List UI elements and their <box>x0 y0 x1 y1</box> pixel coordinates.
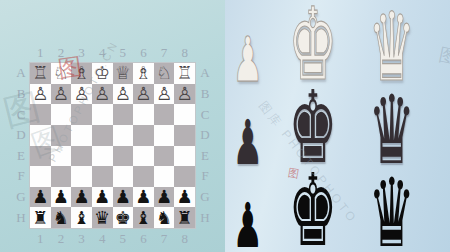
board-square-E2 <box>51 146 72 167</box>
board-square-F1 <box>30 166 51 187</box>
chess-clipart-illustration: 12345678 12345678 ABCDEFGH ABCDEFGH ♖♘♗♔… <box>0 0 450 252</box>
board-square-F6 <box>133 166 154 187</box>
board-square-D8 <box>174 125 195 146</box>
white-set-bishop: ♝ <box>442 23 450 84</box>
rank-labels-left: ABCDEFGH <box>13 63 29 228</box>
board-square-F5 <box>113 166 134 187</box>
white-p-piece: ♙ <box>32 85 48 103</box>
black-p-piece: ♟ <box>32 188 48 206</box>
board-square-F7 <box>154 166 175 187</box>
board-square-C8 <box>174 104 195 125</box>
white-piece-set-row: ♟♚♛♝♜♞ <box>226 6 450 84</box>
rank-label-E: E <box>197 146 213 167</box>
file-label-6: 6 <box>133 44 154 62</box>
rank-label-H: H <box>197 207 213 228</box>
white-r-piece: ♖ <box>177 64 193 82</box>
charcoal-piece-set-row: ♟♚♛♝♜♞ <box>226 89 450 167</box>
board-square-C1 <box>30 104 51 125</box>
board-square-A2: ♘ <box>51 63 72 84</box>
rank-label-A: A <box>197 63 213 84</box>
board-square-B4: ♙ <box>92 84 113 105</box>
board-square-A7: ♘ <box>154 63 175 84</box>
file-label-5: 5 <box>113 44 134 62</box>
board-square-D1 <box>30 125 51 146</box>
board-square-E6 <box>133 146 154 167</box>
board-square-A3: ♗ <box>71 63 92 84</box>
board-square-G1: ♟ <box>30 187 51 208</box>
board-square-B1: ♙ <box>30 84 51 105</box>
file-label-2: 2 <box>51 44 72 62</box>
rank-label-B: B <box>13 84 29 105</box>
board-square-D6 <box>133 125 154 146</box>
board-square-D7 <box>154 125 175 146</box>
board-square-D5 <box>113 125 134 146</box>
board-square-D2 <box>51 125 72 146</box>
board-square-C6 <box>133 104 154 125</box>
silhouette-set-queen: ♛ <box>368 176 415 250</box>
board-square-F2 <box>51 166 72 187</box>
rank-label-C: C <box>13 104 29 125</box>
board-square-F4 <box>92 166 113 187</box>
white-r-piece: ♖ <box>32 64 48 82</box>
board-square-A5: ♕ <box>113 63 134 84</box>
board-square-G5: ♟ <box>113 187 134 208</box>
black-p-piece: ♟ <box>53 188 69 206</box>
board-square-H1: ♜ <box>30 207 51 228</box>
file-label-3: 3 <box>71 230 92 248</box>
white-set-pawn: ♟ <box>233 36 264 84</box>
file-labels-bottom: 12345678 <box>30 230 195 248</box>
rank-labels-right: ABCDEFGH <box>197 63 213 228</box>
black-n-piece: ♞ <box>53 209 69 227</box>
white-p-piece: ♙ <box>115 85 131 103</box>
rank-label-F: F <box>13 166 29 187</box>
board-square-A6: ♗ <box>133 63 154 84</box>
board-square-H8: ♜ <box>174 207 195 228</box>
board-square-E8 <box>174 146 195 167</box>
charcoal-set-bishop: ♝ <box>442 106 450 167</box>
board-square-H5: ♚ <box>113 207 134 228</box>
white-p-piece: ♙ <box>53 85 69 103</box>
file-label-4: 4 <box>92 230 113 248</box>
board-square-H6: ♝ <box>133 207 154 228</box>
white-b-piece: ♗ <box>135 64 151 82</box>
board-square-B8: ♙ <box>174 84 195 105</box>
board-square-E5 <box>113 146 134 167</box>
board-square-E3 <box>71 146 92 167</box>
board-square-B5: ♙ <box>113 84 134 105</box>
board-square-B7: ♙ <box>154 84 175 105</box>
board-square-E4 <box>92 146 113 167</box>
file-label-1: 1 <box>30 230 51 248</box>
black-b-piece: ♝ <box>135 209 151 227</box>
board-square-H4: ♛ <box>92 207 113 228</box>
board-square-C2 <box>51 104 72 125</box>
rank-label-E: E <box>13 146 29 167</box>
black-q-piece: ♛ <box>94 209 110 227</box>
rank-label-D: D <box>197 125 213 146</box>
board-square-G2: ♟ <box>51 187 72 208</box>
black-p-piece: ♟ <box>73 188 89 206</box>
chess-board: ♖♘♗♔♕♗♘♖♙♙♙♙♙♙♙♙♟♟♟♟♟♟♟♟♜♞♝♛♚♝♞♜ <box>30 63 195 228</box>
file-label-7: 7 <box>154 44 175 62</box>
silhouette-piece-set-row: ♟♚♛♝♜♞ <box>226 172 450 250</box>
rank-label-C: C <box>197 104 213 125</box>
board-square-F3 <box>71 166 92 187</box>
board-square-G8: ♟ <box>174 187 195 208</box>
board-square-C7 <box>154 104 175 125</box>
file-label-8: 8 <box>174 230 195 248</box>
file-label-3: 3 <box>71 44 92 62</box>
black-b-piece: ♝ <box>73 209 89 227</box>
charcoal-set-pawn: ♟ <box>233 119 264 167</box>
white-n-piece: ♘ <box>53 64 69 82</box>
board-square-C5 <box>113 104 134 125</box>
white-q-piece: ♕ <box>115 64 131 82</box>
board-square-A1: ♖ <box>30 63 51 84</box>
white-b-piece: ♗ <box>73 64 89 82</box>
black-n-piece: ♞ <box>156 209 172 227</box>
board-square-E1 <box>30 146 51 167</box>
file-label-6: 6 <box>133 230 154 248</box>
black-k-piece: ♚ <box>115 209 131 227</box>
white-p-piece: ♙ <box>177 85 193 103</box>
rank-label-G: G <box>197 187 213 208</box>
rank-label-F: F <box>197 166 213 187</box>
rank-label-D: D <box>13 125 29 146</box>
black-p-piece: ♟ <box>94 188 110 206</box>
silhouette-set-bishop: ♝ <box>442 189 450 250</box>
rank-label-B: B <box>197 84 213 105</box>
board-square-H3: ♝ <box>71 207 92 228</box>
board-square-F8 <box>174 166 195 187</box>
black-p-piece: ♟ <box>115 188 131 206</box>
white-n-piece: ♘ <box>156 64 172 82</box>
rank-label-A: A <box>13 63 29 84</box>
black-r-piece: ♜ <box>177 209 193 227</box>
file-labels-top: 12345678 <box>30 44 195 62</box>
board-square-G7: ♟ <box>154 187 175 208</box>
white-p-piece: ♙ <box>135 85 151 103</box>
silhouette-set-king: ♚ <box>288 172 337 250</box>
board-square-G3: ♟ <box>71 187 92 208</box>
board-square-B2: ♙ <box>51 84 72 105</box>
black-p-piece: ♟ <box>177 188 193 206</box>
black-r-piece: ♜ <box>32 209 48 227</box>
file-label-5: 5 <box>113 230 134 248</box>
white-p-piece: ♙ <box>156 85 172 103</box>
board-square-D4 <box>92 125 113 146</box>
black-p-piece: ♟ <box>156 188 172 206</box>
rank-label-H: H <box>13 207 29 228</box>
white-p-piece: ♙ <box>73 85 89 103</box>
silhouette-set-pawn: ♟ <box>233 202 264 250</box>
board-square-A8: ♖ <box>174 63 195 84</box>
board-square-D3 <box>71 125 92 146</box>
file-label-1: 1 <box>30 44 51 62</box>
board-square-H2: ♞ <box>51 207 72 228</box>
board-square-A4: ♔ <box>92 63 113 84</box>
board-square-B6: ♙ <box>133 84 154 105</box>
file-label-7: 7 <box>154 230 175 248</box>
rank-label-G: G <box>13 187 29 208</box>
board-square-E7 <box>154 146 175 167</box>
board-square-G4: ♟ <box>92 187 113 208</box>
white-k-piece: ♔ <box>94 64 110 82</box>
board-square-C3 <box>71 104 92 125</box>
charcoal-set-queen: ♛ <box>368 93 415 167</box>
black-p-piece: ♟ <box>135 188 151 206</box>
white-p-piece: ♙ <box>94 85 110 103</box>
board-square-H7: ♞ <box>154 207 175 228</box>
board-square-C4 <box>92 104 113 125</box>
white-set-queen: ♛ <box>368 10 415 84</box>
file-label-2: 2 <box>51 230 72 248</box>
file-label-8: 8 <box>174 44 195 62</box>
file-label-4: 4 <box>92 44 113 62</box>
board-square-G6: ♟ <box>133 187 154 208</box>
board-square-B3: ♙ <box>71 84 92 105</box>
